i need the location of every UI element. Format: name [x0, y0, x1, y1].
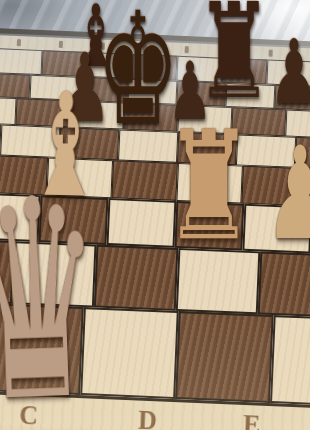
piece-white-pawn-g3[interactable]: ♟: [264, 130, 310, 258]
pieces-layer: ♝♜♟♟♟♚♝♜♟♛: [0, 0, 310, 430]
piece-white-rook-e3[interactable]: ♜: [163, 111, 254, 261]
piece-black-pawn-g7[interactable]: ♟: [269, 28, 310, 117]
chess-photo-scene: CDE ♝♜♟♟♟♚♝♜♟♛: [0, 0, 310, 430]
piece-white-queen-c1[interactable]: ♛: [0, 162, 107, 430]
